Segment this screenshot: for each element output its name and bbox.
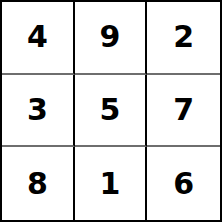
cell-r1c1: 5 [75,75,148,148]
magic-square-board: 4 9 2 3 5 7 8 1 6 [0,0,222,222]
cell-value: 3 [27,95,48,125]
cell-value: 4 [27,22,48,52]
cell-r0c1: 9 [75,2,148,75]
cell-value: 1 [100,169,121,199]
cell-value: 9 [100,22,121,52]
cell-r0c2: 2 [147,2,220,75]
cell-value: 7 [173,95,194,125]
cell-value: 5 [100,95,121,125]
cell-r1c2: 7 [147,75,220,148]
cell-value: 8 [27,169,48,199]
cell-r0c0: 4 [2,2,75,75]
cell-value: 6 [173,169,194,199]
cell-r1c0: 3 [2,75,75,148]
cell-value: 2 [173,22,194,52]
cell-r2c0: 8 [2,147,75,220]
cell-r2c1: 1 [75,147,148,220]
cell-r2c2: 6 [147,147,220,220]
